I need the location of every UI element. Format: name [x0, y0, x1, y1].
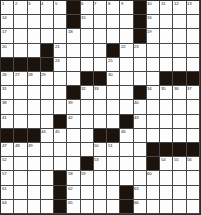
cell-r2c8[interactable] — [94, 15, 107, 29]
cell-r1c15[interactable]: 13 — [187, 1, 200, 15]
cell-r9c7[interactable] — [81, 115, 94, 129]
cell-r11c3[interactable]: 49 — [28, 143, 41, 157]
cell-r4c13[interactable] — [160, 44, 173, 58]
cell-r12c8[interactable]: 53 — [94, 157, 107, 171]
cell-r1c8[interactable]: 7 — [94, 1, 107, 15]
clue-number-58: 58 — [68, 171, 73, 175]
cell-r1c7[interactable]: 6 — [81, 1, 94, 15]
cell-r11c8[interactable]: 50 — [94, 143, 107, 157]
cell-r14c8[interactable] — [94, 186, 107, 200]
black-cell-r6c13 — [160, 72, 173, 86]
black-cell-r10c2 — [14, 129, 27, 143]
cell-r10c6[interactable] — [67, 129, 80, 143]
cell-r2c7[interactable]: 15 — [81, 15, 94, 29]
cell-r3c13[interactable] — [160, 29, 173, 43]
cell-r15c15[interactable] — [187, 200, 200, 214]
cell-r7c1[interactable]: 31 — [1, 86, 14, 100]
cell-r8c5[interactable] — [54, 100, 67, 114]
cell-r4c7[interactable] — [81, 44, 94, 58]
cell-r3c9[interactable] — [107, 29, 120, 43]
cell-r7c4[interactable] — [41, 86, 54, 100]
clue-number-44: 44 — [41, 129, 46, 133]
cell-r10c7[interactable] — [81, 129, 94, 143]
cell-r7c14[interactable]: 36 — [173, 86, 186, 100]
clue-number-49: 49 — [28, 143, 33, 147]
cell-r2c12[interactable]: 16 — [147, 15, 160, 29]
cell-r14c2[interactable] — [14, 186, 27, 200]
black-cell-r6c14 — [173, 72, 186, 86]
cell-r3c4[interactable] — [41, 29, 54, 43]
clue-number-35: 35 — [161, 86, 166, 90]
cell-r4c3[interactable] — [28, 44, 41, 58]
cell-r7c7[interactable]: 32 — [81, 86, 94, 100]
clue-number-46: 46 — [121, 129, 126, 133]
clue-number-62: 62 — [68, 186, 73, 190]
clue-number-57: 57 — [2, 171, 7, 175]
clue-number-40: 40 — [134, 100, 139, 104]
clue-number-7: 7 — [94, 1, 96, 5]
cell-r7c12[interactable]: 34 — [147, 86, 160, 100]
cell-r6c4[interactable]: 29 — [41, 72, 54, 86]
cell-r6c12[interactable] — [147, 72, 160, 86]
black-cell-r2c6 — [67, 15, 80, 29]
cell-r7c8[interactable]: 33 — [94, 86, 107, 100]
cell-r15c11[interactable]: 66 — [134, 200, 147, 214]
cell-r1c12[interactable]: 10 — [147, 1, 160, 15]
clue-number-52: 52 — [2, 157, 7, 161]
cell-r9c6[interactable]: 42 — [67, 115, 80, 129]
cell-r8c4[interactable] — [41, 100, 54, 114]
cell-r3c3[interactable] — [28, 29, 41, 43]
clue-number-64: 64 — [2, 200, 7, 204]
cell-r12c3[interactable] — [28, 157, 41, 171]
cell-r15c13[interactable] — [160, 200, 173, 214]
cell-r8c12[interactable] — [147, 100, 160, 114]
clue-number-16: 16 — [147, 15, 152, 19]
clue-number-32: 32 — [81, 86, 86, 90]
cell-r4c8[interactable] — [94, 44, 107, 58]
clue-number-24: 24 — [55, 58, 60, 62]
cell-r2c10[interactable] — [120, 15, 133, 29]
cell-r9c13[interactable] — [160, 115, 173, 129]
black-cell-r6c15 — [187, 72, 200, 86]
cell-r7c3[interactable] — [28, 86, 41, 100]
cell-r4c1[interactable]: 20 — [1, 44, 14, 58]
black-cell-r5c4 — [41, 58, 54, 72]
cell-r9c1[interactable]: 41 — [1, 115, 14, 129]
cell-r13c14[interactable] — [173, 171, 186, 185]
black-cell-r10c3 — [28, 129, 41, 143]
cell-r6c10[interactable] — [120, 72, 133, 86]
cell-r3c6[interactable]: 18 — [67, 29, 80, 43]
cell-r1c1[interactable]: 1 — [1, 1, 14, 15]
cell-r2c5[interactable] — [54, 15, 67, 29]
clue-number-29: 29 — [41, 72, 46, 76]
clue-number-42: 42 — [68, 115, 73, 119]
cell-r9c8[interactable] — [94, 115, 107, 129]
black-cell-r13c5 — [54, 171, 67, 185]
clue-number-51: 51 — [108, 143, 113, 147]
cell-r8c13[interactable] — [160, 100, 173, 114]
cell-r10c11[interactable] — [134, 129, 147, 143]
cell-r2c1[interactable]: 14 — [1, 15, 14, 29]
clue-number-6: 6 — [81, 1, 83, 5]
cell-r6c2[interactable]: 27 — [14, 72, 27, 86]
cell-r10c13[interactable] — [160, 129, 173, 143]
black-cell-r11c12 — [147, 143, 160, 157]
cell-r6c11[interactable] — [134, 72, 147, 86]
cell-r13c8[interactable] — [94, 171, 107, 185]
clue-number-3: 3 — [28, 1, 30, 5]
cell-r8c3[interactable] — [28, 100, 41, 114]
cell-r7c13[interactable]: 35 — [160, 86, 173, 100]
cell-r13c9[interactable] — [107, 171, 120, 185]
clue-number-27: 27 — [15, 72, 20, 76]
cell-r10c5[interactable]: 45 — [54, 129, 67, 143]
clue-number-23: 23 — [134, 44, 139, 48]
black-cell-r6c7 — [81, 72, 94, 86]
crossword-grid: 1234567891011121314151617181920212223242… — [0, 0, 201, 215]
clue-number-19: 19 — [147, 29, 152, 33]
cell-r1c9[interactable]: 8 — [107, 1, 120, 15]
cell-r8c2[interactable] — [14, 100, 27, 114]
cell-r8c14[interactable] — [173, 100, 186, 114]
clue-number-45: 45 — [55, 129, 60, 133]
black-cell-r4c4 — [41, 44, 54, 58]
black-cell-r2c11 — [134, 15, 147, 29]
clue-number-66: 66 — [134, 200, 139, 204]
cell-r1c13[interactable]: 11 — [160, 1, 173, 15]
cell-r14c11[interactable]: 63 — [134, 186, 147, 200]
cell-r7c2[interactable] — [14, 86, 27, 100]
cell-r8c11[interactable]: 40 — [134, 100, 147, 114]
cell-r12c11[interactable] — [134, 157, 147, 171]
cell-r1c10[interactable]: 9 — [120, 1, 133, 15]
cell-r13c11[interactable] — [134, 171, 147, 185]
cell-r4c14[interactable] — [173, 44, 186, 58]
cell-r8c15[interactable] — [187, 100, 200, 114]
cell-r6c5[interactable] — [54, 72, 67, 86]
black-cell-r1c11 — [134, 1, 147, 15]
cell-r6c1[interactable]: 26 — [1, 72, 14, 86]
cell-r5c7[interactable] — [81, 58, 94, 72]
cell-r9c12[interactable] — [147, 115, 160, 129]
clue-number-61: 61 — [2, 186, 7, 190]
cell-r8c8[interactable] — [94, 100, 107, 114]
cell-r15c3[interactable] — [28, 200, 41, 214]
cell-r9c4[interactable] — [41, 115, 54, 129]
cell-r3c1[interactable]: 17 — [1, 29, 14, 43]
cell-r11c10[interactable] — [120, 143, 133, 157]
clue-number-17: 17 — [2, 29, 7, 33]
cell-r13c12[interactable]: 60 — [147, 171, 160, 185]
black-cell-r5c1 — [1, 58, 14, 72]
cell-r6c9[interactable]: 30 — [107, 72, 120, 86]
cell-r7c9[interactable] — [107, 86, 120, 100]
cell-r5c9[interactable]: 25 — [107, 58, 120, 72]
cell-r8c9[interactable] — [107, 100, 120, 114]
cell-r14c4[interactable] — [41, 186, 54, 200]
cell-r1c2[interactable]: 2 — [14, 1, 27, 15]
clue-number-39: 39 — [68, 100, 73, 104]
clue-number-38: 38 — [2, 100, 7, 104]
black-cell-r9c10 — [120, 115, 133, 129]
black-cell-r7c6 — [67, 86, 80, 100]
clue-number-25: 25 — [108, 58, 113, 62]
clue-number-43: 43 — [134, 115, 139, 119]
black-cell-r7c11 — [134, 86, 147, 100]
clue-number-28: 28 — [28, 72, 33, 76]
cell-r3c2[interactable] — [14, 29, 27, 43]
black-cell-r12c12 — [147, 157, 160, 171]
cell-r2c9[interactable] — [107, 15, 120, 29]
cell-r5c14[interactable] — [173, 58, 186, 72]
cell-r1c3[interactable]: 3 — [28, 1, 41, 15]
cell-r8c6[interactable]: 39 — [67, 100, 80, 114]
clue-number-50: 50 — [94, 143, 99, 147]
cell-r14c9[interactable] — [107, 186, 120, 200]
clue-number-18: 18 — [68, 29, 73, 33]
cell-r13c7[interactable]: 59 — [81, 171, 94, 185]
cell-r3c15[interactable] — [187, 29, 200, 43]
clue-number-4: 4 — [41, 1, 43, 5]
cell-r9c2[interactable] — [14, 115, 27, 129]
clue-number-2: 2 — [15, 1, 17, 5]
cell-r5c5[interactable]: 24 — [54, 58, 67, 72]
black-cell-r12c7 — [81, 157, 94, 171]
cell-r5c15[interactable] — [187, 58, 200, 72]
cell-r10c10[interactable]: 46 — [120, 129, 133, 143]
clue-number-1: 1 — [2, 1, 4, 5]
clue-number-22: 22 — [121, 44, 126, 48]
cell-r13c15[interactable] — [187, 171, 200, 185]
black-cell-r10c8 — [94, 129, 107, 143]
clue-number-65: 65 — [68, 200, 73, 204]
cell-r12c9[interactable] — [107, 157, 120, 171]
cell-r15c1[interactable]: 64 — [1, 200, 14, 214]
clue-number-47: 47 — [2, 143, 7, 147]
clue-number-20: 20 — [2, 44, 7, 48]
clue-number-54: 54 — [161, 157, 166, 161]
clue-number-48: 48 — [15, 143, 20, 147]
cell-r3c8[interactable] — [94, 29, 107, 43]
cell-r8c7[interactable] — [81, 100, 94, 114]
cell-r13c4[interactable] — [41, 171, 54, 185]
cell-r15c9[interactable] — [107, 200, 120, 214]
cell-r12c5[interactable] — [54, 157, 67, 171]
clue-number-5: 5 — [55, 1, 57, 5]
cell-r2c13[interactable] — [160, 15, 173, 29]
cell-r12c6[interactable] — [67, 157, 80, 171]
cell-r10c15[interactable] — [187, 129, 200, 143]
cell-r3c5[interactable] — [54, 29, 67, 43]
clue-number-8: 8 — [108, 1, 110, 5]
cell-r4c12[interactable] — [147, 44, 160, 58]
cell-r15c6[interactable]: 65 — [67, 200, 80, 214]
clue-number-13: 13 — [187, 1, 192, 5]
cell-r7c15[interactable]: 37 — [187, 86, 200, 100]
black-cell-r11c13 — [160, 143, 173, 157]
black-cell-r6c8 — [94, 72, 107, 86]
cell-r14c3[interactable] — [28, 186, 41, 200]
cell-r1c5[interactable]: 5 — [54, 1, 67, 15]
cell-r11c7[interactable] — [81, 143, 94, 157]
cell-r2c4[interactable] — [41, 15, 54, 29]
cell-r14c6[interactable]: 62 — [67, 186, 80, 200]
cell-r7c10[interactable] — [120, 86, 133, 100]
cell-r13c10[interactable] — [120, 171, 133, 185]
cell-r9c3[interactable] — [28, 115, 41, 129]
cell-r4c5[interactable]: 21 — [54, 44, 67, 58]
black-cell-r5c2 — [14, 58, 27, 72]
cell-r5c12[interactable] — [147, 58, 160, 72]
cell-r13c13[interactable] — [160, 171, 173, 185]
cell-r5c11[interactable] — [134, 58, 147, 72]
cell-r9c11[interactable]: 43 — [134, 115, 147, 129]
cell-r12c4[interactable] — [41, 157, 54, 171]
cell-r9c9[interactable] — [107, 115, 120, 129]
black-cell-r15c10 — [120, 200, 133, 214]
cell-r8c10[interactable] — [120, 100, 133, 114]
cell-r2c15[interactable] — [187, 15, 200, 29]
clue-number-26: 26 — [2, 72, 7, 76]
cell-r3c14[interactable] — [173, 29, 186, 43]
cell-r15c2[interactable] — [14, 200, 27, 214]
cell-r11c11[interactable] — [134, 143, 147, 157]
black-cell-r14c5 — [54, 186, 67, 200]
cell-r2c14[interactable] — [173, 15, 186, 29]
cell-r13c1[interactable]: 57 — [1, 171, 14, 185]
black-cell-r4c9 — [107, 44, 120, 58]
cell-r14c1[interactable]: 61 — [1, 186, 14, 200]
cell-r1c4[interactable]: 4 — [41, 1, 54, 15]
cell-r15c8[interactable] — [94, 200, 107, 214]
black-cell-r15c5 — [54, 200, 67, 214]
cell-r12c2[interactable] — [14, 157, 27, 171]
cell-r6c3[interactable]: 28 — [28, 72, 41, 86]
black-cell-r10c9 — [107, 129, 120, 143]
cell-r2c2[interactable] — [14, 15, 27, 29]
cell-r12c10[interactable] — [120, 157, 133, 171]
black-cell-r10c1 — [1, 129, 14, 143]
clue-number-59: 59 — [81, 171, 86, 175]
cell-r12c1[interactable]: 52 — [1, 157, 14, 171]
cell-r14c15[interactable] — [187, 186, 200, 200]
cell-r11c2[interactable]: 48 — [14, 143, 27, 157]
cell-r3c7[interactable] — [81, 29, 94, 43]
clue-number-56: 56 — [187, 157, 192, 161]
cell-r14c14[interactable] — [173, 186, 186, 200]
cell-r4c10[interactable]: 22 — [120, 44, 133, 58]
cell-r10c14[interactable] — [173, 129, 186, 143]
clue-number-14: 14 — [2, 15, 7, 19]
cell-r6c6[interactable] — [67, 72, 80, 86]
cell-r11c6[interactable] — [67, 143, 80, 157]
cell-r10c12[interactable] — [147, 129, 160, 143]
cell-r12c15[interactable]: 56 — [187, 157, 200, 171]
cell-r5c6[interactable] — [67, 58, 80, 72]
clue-number-31: 31 — [2, 86, 7, 90]
clue-number-10: 10 — [147, 1, 152, 5]
cell-r14c7[interactable] — [81, 186, 94, 200]
cell-r13c2[interactable] — [14, 171, 27, 185]
cell-r12c14[interactable]: 55 — [173, 157, 186, 171]
clue-number-21: 21 — [55, 44, 60, 48]
black-cell-r11c15 — [187, 143, 200, 157]
black-cell-r11c14 — [173, 143, 186, 157]
cell-r15c4[interactable] — [41, 200, 54, 214]
clue-number-60: 60 — [147, 171, 152, 175]
cell-r4c11[interactable]: 23 — [134, 44, 147, 58]
cell-r4c2[interactable] — [14, 44, 27, 58]
cell-r7c5[interactable] — [54, 86, 67, 100]
cell-r1c14[interactable]: 12 — [173, 1, 186, 15]
cell-r13c6[interactable]: 58 — [67, 171, 80, 185]
clue-number-11: 11 — [161, 1, 165, 5]
cell-r9c15[interactable] — [187, 115, 200, 129]
cell-r10c4[interactable]: 44 — [41, 129, 54, 143]
cell-r15c14[interactable] — [173, 200, 186, 214]
cell-r14c12[interactable] — [147, 186, 160, 200]
cell-r12c13[interactable]: 54 — [160, 157, 173, 171]
cell-r11c5[interactable] — [54, 143, 67, 157]
cell-r9c14[interactable] — [173, 115, 186, 129]
clue-number-41: 41 — [2, 115, 7, 119]
cell-r13c3[interactable] — [28, 171, 41, 185]
clue-number-33: 33 — [94, 86, 99, 90]
cell-r3c12[interactable]: 19 — [147, 29, 160, 43]
cell-r15c7[interactable] — [81, 200, 94, 214]
black-cell-r14c10 — [120, 186, 133, 200]
cell-r11c4[interactable] — [41, 143, 54, 157]
clue-number-63: 63 — [134, 186, 139, 190]
cell-r2c3[interactable] — [28, 15, 41, 29]
cell-r3c10[interactable] — [120, 29, 133, 43]
clue-number-15: 15 — [81, 15, 86, 19]
clue-number-53: 53 — [94, 157, 99, 161]
clue-number-34: 34 — [147, 86, 152, 90]
clue-number-55: 55 — [174, 157, 179, 161]
cell-r5c8[interactable] — [94, 58, 107, 72]
clue-number-37: 37 — [187, 86, 192, 90]
cell-r14c13[interactable] — [160, 186, 173, 200]
clue-number-30: 30 — [108, 72, 113, 76]
cell-r8c1[interactable]: 38 — [1, 100, 14, 114]
cell-r4c6[interactable] — [67, 44, 80, 58]
cell-r5c10[interactable] — [120, 58, 133, 72]
clue-number-9: 9 — [121, 1, 123, 5]
cell-r5c13[interactable] — [160, 58, 173, 72]
cell-r11c9[interactable]: 51 — [107, 143, 120, 157]
black-cell-r3c11 — [134, 29, 147, 43]
cell-r15c12[interactable] — [147, 200, 160, 214]
clue-number-36: 36 — [174, 86, 179, 90]
clue-number-12: 12 — [174, 1, 179, 5]
black-cell-r9c5 — [54, 115, 67, 129]
cell-r4c15[interactable] — [187, 44, 200, 58]
black-cell-r5c3 — [28, 58, 41, 72]
cell-r11c1[interactable]: 47 — [1, 143, 14, 157]
black-cell-r1c6 — [67, 1, 80, 15]
